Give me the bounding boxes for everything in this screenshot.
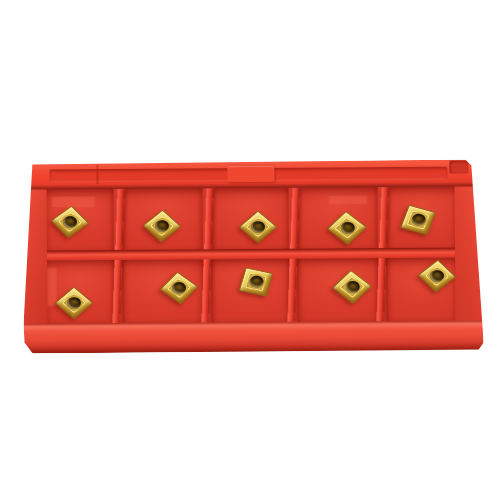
carbide-insert-r2c2 bbox=[165, 276, 193, 299]
insert-face bbox=[143, 209, 182, 242]
carbide-insert-r1c2 bbox=[148, 214, 176, 237]
carbide-insert-r1c4 bbox=[333, 216, 362, 240]
insert-face bbox=[400, 205, 436, 236]
insert-face bbox=[239, 267, 274, 296]
insert-face bbox=[332, 270, 372, 304]
insert-face bbox=[55, 286, 94, 319]
insert-face bbox=[51, 206, 90, 239]
insert-face bbox=[418, 259, 457, 292]
carbide-insert-r2c5 bbox=[423, 264, 451, 287]
carbide-insert-r2c1 bbox=[60, 291, 88, 314]
carbide-insert-r2c4 bbox=[338, 275, 367, 299]
carbide-insert-r1c1 bbox=[56, 210, 84, 233]
insert-face bbox=[239, 210, 278, 243]
carbide-insert-r1c3 bbox=[244, 215, 272, 238]
carbide-insert-r2c3 bbox=[242, 270, 271, 294]
insert-face bbox=[327, 211, 367, 245]
product-photo-stage bbox=[0, 0, 500, 500]
inserts-layer bbox=[0, 0, 500, 500]
insert-face bbox=[160, 272, 199, 305]
carbide-insert-r1c5 bbox=[404, 208, 433, 232]
